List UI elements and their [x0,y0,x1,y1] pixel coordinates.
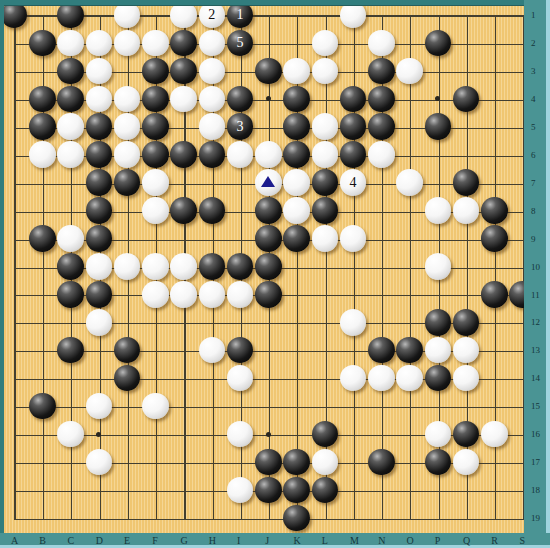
intersection-C10[interactable] [56,252,84,280]
intersection-N18[interactable] [367,476,395,504]
intersection-M18[interactable] [339,476,367,504]
intersection-B8[interactable] [28,197,56,225]
intersection-B15[interactable] [28,392,56,420]
intersection-L3[interactable] [311,57,339,85]
intersection-G7[interactable] [169,169,197,197]
intersection-F7[interactable] [141,169,169,197]
intersection-D15[interactable] [85,392,113,420]
intersection-M15[interactable] [339,392,367,420]
intersection-O9[interactable] [395,225,423,253]
intersection-C15[interactable] [56,392,84,420]
intersection-G18[interactable] [169,476,197,504]
intersection-H7[interactable] [198,169,226,197]
intersection-K4[interactable] [282,85,310,113]
intersection-K3[interactable] [282,57,310,85]
intersection-H12[interactable] [198,308,226,336]
intersection-L17[interactable] [311,448,339,476]
intersection-C19[interactable] [56,504,84,532]
intersection-Q7[interactable] [452,169,480,197]
intersection-O3[interactable] [395,57,423,85]
intersection-I3[interactable] [226,57,254,85]
intersection-I5[interactable]: 3 [226,113,254,141]
intersection-F4[interactable] [141,85,169,113]
intersection-C4[interactable] [56,85,84,113]
intersection-K17[interactable] [282,448,310,476]
intersection-K10[interactable] [282,252,310,280]
intersection-M5[interactable] [339,113,367,141]
intersection-K19[interactable] [282,504,310,532]
intersection-P13[interactable] [424,336,452,364]
intersection-G9[interactable] [169,225,197,253]
intersection-O13[interactable] [395,336,423,364]
intersection-E19[interactable] [113,504,141,532]
intersection-L16[interactable] [311,420,339,448]
intersection-P7[interactable] [424,169,452,197]
intersection-G16[interactable] [169,420,197,448]
intersection-P2[interactable] [424,29,452,57]
intersection-K2[interactable] [282,29,310,57]
intersection-P16[interactable] [424,420,452,448]
intersection-I7[interactable] [226,169,254,197]
intersection-A7[interactable] [0,169,28,197]
intersection-E8[interactable] [113,197,141,225]
intersection-L19[interactable] [311,504,339,532]
intersection-Q4[interactable] [452,85,480,113]
intersection-G4[interactable] [169,85,197,113]
intersection-D9[interactable] [85,225,113,253]
intersection-A18[interactable] [0,476,28,504]
intersection-L5[interactable] [311,113,339,141]
intersection-C7[interactable] [56,169,84,197]
intersection-H13[interactable] [198,336,226,364]
intersection-B17[interactable] [28,448,56,476]
intersection-C12[interactable] [56,308,84,336]
intersection-B7[interactable] [28,169,56,197]
intersection-A13[interactable] [0,336,28,364]
intersection-I4[interactable] [226,85,254,113]
intersection-R19[interactable] [480,504,508,532]
intersection-N13[interactable] [367,336,395,364]
intersection-M13[interactable] [339,336,367,364]
intersection-N9[interactable] [367,225,395,253]
intersection-K5[interactable] [282,113,310,141]
intersection-L6[interactable] [311,141,339,169]
intersection-M17[interactable] [339,448,367,476]
intersection-R11[interactable] [480,280,508,308]
intersection-H10[interactable] [198,252,226,280]
intersection-P11[interactable] [424,280,452,308]
intersection-B13[interactable] [28,336,56,364]
intersection-H11[interactable] [198,280,226,308]
intersection-B14[interactable] [28,364,56,392]
intersection-J11[interactable] [254,280,282,308]
intersection-D18[interactable] [85,476,113,504]
intersection-J12[interactable] [254,308,282,336]
intersection-O17[interactable] [395,448,423,476]
intersection-H14[interactable] [198,364,226,392]
intersection-H16[interactable] [198,420,226,448]
intersection-P19[interactable] [424,504,452,532]
intersection-E10[interactable] [113,252,141,280]
intersection-L9[interactable] [311,225,339,253]
intersection-P17[interactable] [424,448,452,476]
intersection-F18[interactable] [141,476,169,504]
intersection-G8[interactable] [169,197,197,225]
intersection-K16[interactable] [282,420,310,448]
intersection-B9[interactable] [28,225,56,253]
intersection-P4[interactable] [424,85,452,113]
intersection-N8[interactable] [367,197,395,225]
intersection-L2[interactable] [311,29,339,57]
intersection-R18[interactable] [480,476,508,504]
intersection-P15[interactable] [424,392,452,420]
intersection-I16[interactable] [226,420,254,448]
intersection-R8[interactable] [480,197,508,225]
intersection-H4[interactable] [198,85,226,113]
intersection-B5[interactable] [28,113,56,141]
intersection-D4[interactable] [85,85,113,113]
intersection-R4[interactable] [480,85,508,113]
intersection-Q9[interactable] [452,225,480,253]
intersection-F13[interactable] [141,336,169,364]
intersection-Q10[interactable] [452,252,480,280]
intersection-N14[interactable] [367,364,395,392]
intersection-H3[interactable] [198,57,226,85]
intersection-L13[interactable] [311,336,339,364]
intersection-O5[interactable] [395,113,423,141]
intersection-H19[interactable] [198,504,226,532]
intersection-B18[interactable] [28,476,56,504]
intersection-D3[interactable] [85,57,113,85]
intersection-R10[interactable] [480,252,508,280]
intersection-M16[interactable] [339,420,367,448]
intersection-E9[interactable] [113,225,141,253]
intersection-C5[interactable] [56,113,84,141]
intersection-D13[interactable] [85,336,113,364]
intersection-I17[interactable] [226,448,254,476]
intersection-A17[interactable] [0,448,28,476]
intersection-P6[interactable] [424,141,452,169]
intersection-Q15[interactable] [452,392,480,420]
intersection-H17[interactable] [198,448,226,476]
intersection-M12[interactable] [339,308,367,336]
intersection-O12[interactable] [395,308,423,336]
intersection-Q3[interactable] [452,57,480,85]
intersection-Q14[interactable] [452,364,480,392]
intersection-N12[interactable] [367,308,395,336]
intersection-J14[interactable] [254,364,282,392]
intersection-I8[interactable] [226,197,254,225]
intersection-I19[interactable] [226,504,254,532]
intersection-R15[interactable] [480,392,508,420]
intersection-I18[interactable] [226,476,254,504]
intersection-F11[interactable] [141,280,169,308]
intersection-B19[interactable] [28,504,56,532]
intersection-D10[interactable] [85,252,113,280]
intersection-F19[interactable] [141,504,169,532]
intersection-B12[interactable] [28,308,56,336]
intersection-K8[interactable] [282,197,310,225]
intersection-I2[interactable]: 5 [226,29,254,57]
intersection-J6[interactable] [254,141,282,169]
intersection-E16[interactable] [113,420,141,448]
intersection-J19[interactable] [254,504,282,532]
intersection-N7[interactable] [367,169,395,197]
intersection-D12[interactable] [85,308,113,336]
intersection-K12[interactable] [282,308,310,336]
intersection-C6[interactable] [56,141,84,169]
intersection-H8[interactable] [198,197,226,225]
intersection-C13[interactable] [56,336,84,364]
intersection-E6[interactable] [113,141,141,169]
intersection-B10[interactable] [28,252,56,280]
intersection-N15[interactable] [367,392,395,420]
intersection-A3[interactable] [0,57,28,85]
intersection-R14[interactable] [480,364,508,392]
intersection-Q2[interactable] [452,29,480,57]
intersection-G3[interactable] [169,57,197,85]
intersection-M4[interactable] [339,85,367,113]
intersection-P10[interactable] [424,252,452,280]
intersection-F8[interactable] [141,197,169,225]
intersection-N17[interactable] [367,448,395,476]
intersection-F6[interactable] [141,141,169,169]
intersection-B4[interactable] [28,85,56,113]
intersection-D16[interactable] [85,420,113,448]
intersection-H15[interactable] [198,392,226,420]
intersection-P18[interactable] [424,476,452,504]
intersection-Q8[interactable] [452,197,480,225]
intersection-A10[interactable] [0,252,28,280]
intersection-R6[interactable] [480,141,508,169]
intersection-A9[interactable] [0,225,28,253]
intersection-B2[interactable] [28,29,56,57]
intersection-K7[interactable] [282,169,310,197]
intersection-C11[interactable] [56,280,84,308]
intersection-O4[interactable] [395,85,423,113]
intersection-C16[interactable] [56,420,84,448]
intersection-O19[interactable] [395,504,423,532]
intersection-E7[interactable] [113,169,141,197]
intersection-D7[interactable] [85,169,113,197]
intersection-Q13[interactable] [452,336,480,364]
intersection-J7[interactable] [254,169,282,197]
intersection-E13[interactable] [113,336,141,364]
intersection-C2[interactable] [56,29,84,57]
intersection-O2[interactable] [395,29,423,57]
intersection-I6[interactable] [226,141,254,169]
intersection-H18[interactable] [198,476,226,504]
intersection-A11[interactable] [0,280,28,308]
intersection-M6[interactable] [339,141,367,169]
intersection-E3[interactable] [113,57,141,85]
intersection-G14[interactable] [169,364,197,392]
intersection-P3[interactable] [424,57,452,85]
intersection-P8[interactable] [424,197,452,225]
intersection-L10[interactable] [311,252,339,280]
intersection-N5[interactable] [367,113,395,141]
intersection-N19[interactable] [367,504,395,532]
intersection-R17[interactable] [480,448,508,476]
intersection-F12[interactable] [141,308,169,336]
intersection-I13[interactable] [226,336,254,364]
intersection-P9[interactable] [424,225,452,253]
intersection-J15[interactable] [254,392,282,420]
intersection-A15[interactable] [0,392,28,420]
intersection-O14[interactable] [395,364,423,392]
intersection-D14[interactable] [85,364,113,392]
intersection-C17[interactable] [56,448,84,476]
intersection-D5[interactable] [85,113,113,141]
intersection-J4[interactable] [254,85,282,113]
intersection-N6[interactable] [367,141,395,169]
intersection-P5[interactable] [424,113,452,141]
intersection-J17[interactable] [254,448,282,476]
intersection-K6[interactable] [282,141,310,169]
intersection-D6[interactable] [85,141,113,169]
intersection-O8[interactable] [395,197,423,225]
intersection-G17[interactable] [169,448,197,476]
intersection-E2[interactable] [113,29,141,57]
intersection-M14[interactable] [339,364,367,392]
intersection-B16[interactable] [28,420,56,448]
intersection-J9[interactable] [254,225,282,253]
intersection-G5[interactable] [169,113,197,141]
intersection-L11[interactable] [311,280,339,308]
intersection-R9[interactable] [480,225,508,253]
intersection-J2[interactable] [254,29,282,57]
intersection-F3[interactable] [141,57,169,85]
intersection-L4[interactable] [311,85,339,113]
intersection-B11[interactable] [28,280,56,308]
intersection-J10[interactable] [254,252,282,280]
intersection-R7[interactable] [480,169,508,197]
intersection-A6[interactable] [0,141,28,169]
intersection-B6[interactable] [28,141,56,169]
intersection-J3[interactable] [254,57,282,85]
intersection-E17[interactable] [113,448,141,476]
intersection-K13[interactable] [282,336,310,364]
intersection-Q12[interactable] [452,308,480,336]
intersection-G11[interactable] [169,280,197,308]
intersection-N3[interactable] [367,57,395,85]
intersection-M7[interactable]: 4 [339,169,367,197]
intersection-L12[interactable] [311,308,339,336]
intersection-C18[interactable] [56,476,84,504]
intersection-J16[interactable] [254,420,282,448]
intersection-M8[interactable] [339,197,367,225]
intersection-K9[interactable] [282,225,310,253]
intersection-C9[interactable] [56,225,84,253]
intersection-D17[interactable] [85,448,113,476]
intersection-E18[interactable] [113,476,141,504]
intersection-M2[interactable] [339,29,367,57]
intersection-C3[interactable] [56,57,84,85]
intersection-A12[interactable] [0,308,28,336]
intersection-A4[interactable] [0,85,28,113]
intersection-F15[interactable] [141,392,169,420]
intersection-O10[interactable] [395,252,423,280]
intersection-A5[interactable] [0,113,28,141]
intersection-O18[interactable] [395,476,423,504]
intersection-R13[interactable] [480,336,508,364]
intersection-Q18[interactable] [452,476,480,504]
intersection-H5[interactable] [198,113,226,141]
intersection-N11[interactable] [367,280,395,308]
intersection-H2[interactable] [198,29,226,57]
intersection-A8[interactable] [0,197,28,225]
intersection-L8[interactable] [311,197,339,225]
intersection-N2[interactable] [367,29,395,57]
intersection-B3[interactable] [28,57,56,85]
intersection-F10[interactable] [141,252,169,280]
intersection-E14[interactable] [113,364,141,392]
intersection-K18[interactable] [282,476,310,504]
intersection-P12[interactable] [424,308,452,336]
intersection-I9[interactable] [226,225,254,253]
intersection-L7[interactable] [311,169,339,197]
intersection-O6[interactable] [395,141,423,169]
intersection-A16[interactable] [0,420,28,448]
intersection-K15[interactable] [282,392,310,420]
intersection-R3[interactable] [480,57,508,85]
intersection-N16[interactable] [367,420,395,448]
intersection-O15[interactable] [395,392,423,420]
intersection-E5[interactable] [113,113,141,141]
intersection-E4[interactable] [113,85,141,113]
intersection-L14[interactable] [311,364,339,392]
intersection-F17[interactable] [141,448,169,476]
intersection-R2[interactable] [480,29,508,57]
intersection-K11[interactable] [282,280,310,308]
intersection-F9[interactable] [141,225,169,253]
intersection-C14[interactable] [56,364,84,392]
intersection-P14[interactable] [424,364,452,392]
intersection-G12[interactable] [169,308,197,336]
intersection-O7[interactable] [395,169,423,197]
intersection-Q19[interactable] [452,504,480,532]
intersection-J18[interactable] [254,476,282,504]
intersection-I15[interactable] [226,392,254,420]
intersection-A14[interactable] [0,364,28,392]
intersection-L18[interactable] [311,476,339,504]
intersection-R12[interactable] [480,308,508,336]
intersection-G2[interactable] [169,29,197,57]
intersection-I12[interactable] [226,308,254,336]
intersection-J13[interactable] [254,336,282,364]
intersection-D8[interactable] [85,197,113,225]
intersection-H6[interactable] [198,141,226,169]
intersection-J5[interactable] [254,113,282,141]
intersection-Q5[interactable] [452,113,480,141]
intersection-C8[interactable] [56,197,84,225]
intersection-E11[interactable] [113,280,141,308]
intersection-Q6[interactable] [452,141,480,169]
intersection-A2[interactable] [0,29,28,57]
intersection-I10[interactable] [226,252,254,280]
intersection-D11[interactable] [85,280,113,308]
intersection-O16[interactable] [395,420,423,448]
intersection-I14[interactable] [226,364,254,392]
intersection-M11[interactable] [339,280,367,308]
intersection-F5[interactable] [141,113,169,141]
intersection-N4[interactable] [367,85,395,113]
intersection-R5[interactable] [480,113,508,141]
intersection-G6[interactable] [169,141,197,169]
intersection-M10[interactable] [339,252,367,280]
intersection-M3[interactable] [339,57,367,85]
intersection-K14[interactable] [282,364,310,392]
